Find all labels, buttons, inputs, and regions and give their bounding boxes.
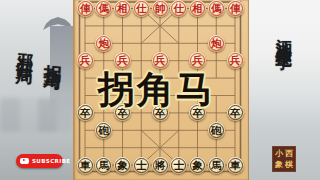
piece-black-chariot: 車 <box>227 157 244 174</box>
piece-black-soldier: 卒 <box>77 104 94 121</box>
piece-black-soldier: 卒 <box>227 104 244 121</box>
left-background-strip <box>0 0 73 180</box>
piece-red-chariot: 俥 <box>227 0 244 17</box>
right-caption-lost-art: 江湖失传绝学 <box>273 26 294 44</box>
piece-red-horse: 傌 <box>208 0 225 17</box>
watermark-char: 棋 <box>285 161 293 169</box>
piece-red-general: 帥 <box>152 0 169 17</box>
piece-black-advisor: 士 <box>133 157 150 174</box>
piece-red-elephant: 相 <box>114 0 131 17</box>
piece-black-general: 將 <box>152 157 169 174</box>
piece-red-cannon: 炮 <box>95 35 112 52</box>
piece-black-cannon: 砲 <box>95 122 112 139</box>
thumbnail-title: 拐角马 <box>98 65 215 115</box>
piece-red-chariot: 俥 <box>77 0 94 17</box>
piece-black-horse: 馬 <box>208 157 225 174</box>
left-caption-opening: 邪门开局 <box>14 39 38 60</box>
subscribe-button[interactable]: SUBSCRIBE <box>16 154 63 168</box>
piece-black-elephant: 象 <box>114 157 131 174</box>
piece-black-cannon: 砲 <box>208 122 225 139</box>
piece-black-chariot: 車 <box>77 157 94 174</box>
piece-black-advisor: 士 <box>170 157 187 174</box>
piece-black-horse: 馬 <box>95 157 112 174</box>
piece-red-advisor: 仕 <box>133 0 150 17</box>
watermark-char: 小 <box>275 150 283 158</box>
video-thumbnail: 俥傌相仕帥仕相傌俥炮炮兵兵兵兵兵卒卒卒卒卒砲砲車馬象士將士象馬車 拐角马 邪门开… <box>0 0 320 180</box>
piece-red-elephant: 相 <box>189 0 206 17</box>
piece-red-soldier: 兵 <box>77 52 94 69</box>
watermark-char: 象 <box>275 161 283 169</box>
youtube-play-icon <box>20 158 29 165</box>
left-caption-corner-horse: 拐角马 <box>42 49 67 66</box>
piece-red-soldier: 兵 <box>227 52 244 69</box>
piece-black-elephant: 象 <box>189 157 206 174</box>
piece-red-cannon: 炮 <box>208 35 225 52</box>
channel-watermark-seal: 小 西 象 棋 <box>272 146 296 172</box>
watermark-char: 西 <box>285 150 293 158</box>
pagoda-body-silhouette <box>50 26 73 130</box>
subscribe-label: SUBSCRIBE <box>32 158 70 164</box>
